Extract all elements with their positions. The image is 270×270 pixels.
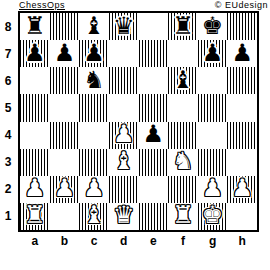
black-pawn[interactable]: ♟ [83, 41, 105, 65]
square-c7[interactable]: ♟ [79, 40, 109, 67]
square-f8[interactable]: ♜ [168, 13, 198, 40]
square-f6[interactable]: ♝ [168, 67, 198, 94]
square-a7[interactable]: ♟ [20, 40, 50, 67]
square-g1[interactable]: ♚ [198, 203, 228, 230]
square-c8[interactable]: ♝ [79, 13, 109, 40]
square-g3[interactable] [198, 149, 228, 176]
black-bishop[interactable]: ♝ [83, 14, 105, 38]
black-knight[interactable]: ♞ [83, 68, 105, 92]
square-d1[interactable]: ♛ [109, 203, 139, 230]
rank-label-7: 7 [0, 40, 16, 67]
square-c5[interactable] [79, 94, 109, 121]
square-e5[interactable] [139, 94, 169, 121]
file-label-e: e [139, 233, 169, 248]
square-a3[interactable] [20, 149, 50, 176]
square-h8[interactable] [227, 13, 257, 40]
square-h5[interactable] [227, 94, 257, 121]
copyright-label: © EUdesign [215, 0, 268, 11]
rank-label-4: 4 [0, 122, 16, 149]
square-b4[interactable] [50, 122, 80, 149]
file-label-f: f [168, 233, 198, 248]
black-rook[interactable]: ♜ [172, 14, 194, 38]
rank-label-3: 3 [0, 149, 16, 176]
square-f3[interactable]: ♞ [168, 149, 198, 176]
white-rook[interactable]: ♜ [172, 203, 194, 227]
square-a6[interactable] [20, 67, 50, 94]
black-pawn[interactable]: ♟ [54, 41, 76, 65]
white-pawn[interactable]: ♟ [231, 176, 253, 200]
black-pawn[interactable]: ♟ [231, 41, 253, 65]
white-rook[interactable]: ♜ [24, 203, 46, 227]
square-b3[interactable] [50, 149, 80, 176]
app-title-link[interactable]: ChessOps [19, 0, 65, 11]
square-b7[interactable]: ♟ [50, 40, 80, 67]
black-pawn[interactable]: ♟ [24, 41, 46, 65]
square-g7[interactable]: ♟ [198, 40, 228, 67]
square-d8[interactable]: ♛ [109, 13, 139, 40]
square-d7[interactable] [109, 40, 139, 67]
black-queen[interactable]: ♛ [113, 14, 135, 38]
square-d6[interactable] [109, 67, 139, 94]
file-label-d: d [109, 233, 139, 248]
square-a5[interactable] [20, 94, 50, 121]
square-e3[interactable] [139, 149, 169, 176]
square-f7[interactable] [168, 40, 198, 67]
square-h3[interactable] [227, 149, 257, 176]
square-e2[interactable] [139, 176, 169, 203]
black-rook[interactable]: ♜ [24, 14, 46, 38]
square-a2[interactable]: ♟ [20, 176, 50, 203]
square-g8[interactable]: ♚ [198, 13, 228, 40]
square-e7[interactable] [139, 40, 169, 67]
square-a1[interactable]: ♜ [20, 203, 50, 230]
square-e6[interactable] [139, 67, 169, 94]
white-knight[interactable]: ♞ [172, 149, 194, 173]
square-g2[interactable]: ♟ [198, 176, 228, 203]
square-c1[interactable]: ♝ [79, 203, 109, 230]
black-pawn[interactable]: ♟ [202, 41, 224, 65]
file-label-h: h [227, 233, 257, 248]
square-g5[interactable] [198, 94, 228, 121]
white-pawn[interactable]: ♟ [202, 176, 224, 200]
white-pawn[interactable]: ♟ [24, 176, 46, 200]
chess-diagram-screen: ChessOps © EUdesign 87654321 ♜♝♛♜♚♟♟♟♟♟♞… [0, 0, 270, 270]
board-grid: ♜♝♛♜♚♟♟♟♟♟♞♝♟♟♝♞♟♟♟♟♟♜♝♛♜♚ [20, 13, 257, 230]
white-queen[interactable]: ♛ [113, 203, 135, 227]
square-d2[interactable] [109, 176, 139, 203]
file-label-g: g [198, 233, 228, 248]
file-label-c: c [79, 233, 109, 248]
black-king[interactable]: ♚ [202, 14, 224, 38]
rank-label-2: 2 [0, 176, 16, 203]
square-b5[interactable] [50, 94, 80, 121]
square-c2[interactable]: ♟ [79, 176, 109, 203]
square-d5[interactable] [109, 94, 139, 121]
square-h2[interactable]: ♟ [227, 176, 257, 203]
square-c3[interactable] [79, 149, 109, 176]
square-h4[interactable] [227, 122, 257, 149]
rank-label-8: 8 [0, 13, 16, 40]
square-b2[interactable]: ♟ [50, 176, 80, 203]
file-labels: abcdefgh [20, 233, 257, 248]
square-h7[interactable]: ♟ [227, 40, 257, 67]
square-h6[interactable] [227, 67, 257, 94]
square-c6[interactable]: ♞ [79, 67, 109, 94]
square-b1[interactable] [50, 203, 80, 230]
square-f1[interactable]: ♜ [168, 203, 198, 230]
white-bishop[interactable]: ♝ [113, 149, 135, 173]
square-g4[interactable] [198, 122, 228, 149]
rank-label-6: 6 [0, 67, 16, 94]
square-b6[interactable] [50, 67, 80, 94]
rank-labels: 87654321 [0, 13, 16, 230]
rank-label-1: 1 [0, 203, 16, 230]
square-a4[interactable] [20, 122, 50, 149]
file-label-b: b [50, 233, 80, 248]
chess-board: ♜♝♛♜♚♟♟♟♟♟♞♝♟♟♝♞♟♟♟♟♟♜♝♛♜♚ [18, 11, 259, 232]
square-c4[interactable] [79, 122, 109, 149]
square-e4[interactable]: ♟ [139, 122, 169, 149]
square-e1[interactable] [139, 203, 169, 230]
square-f4[interactable] [168, 122, 198, 149]
square-d3[interactable]: ♝ [109, 149, 139, 176]
square-f5[interactable] [168, 94, 198, 121]
file-label-a: a [20, 233, 50, 248]
square-a8[interactable]: ♜ [20, 13, 50, 40]
white-king[interactable]: ♚ [202, 203, 224, 227]
square-b8[interactable] [50, 13, 80, 40]
square-g6[interactable] [198, 67, 228, 94]
white-pawn[interactable]: ♟ [113, 122, 135, 146]
white-pawn[interactable]: ♟ [54, 176, 76, 200]
white-pawn[interactable]: ♟ [83, 176, 105, 200]
square-h1[interactable] [227, 203, 257, 230]
square-e8[interactable] [139, 13, 169, 40]
square-f2[interactable] [168, 176, 198, 203]
square-d4[interactable]: ♟ [109, 122, 139, 149]
white-bishop[interactable]: ♝ [83, 203, 105, 227]
black-bishop[interactable]: ♝ [172, 68, 194, 92]
black-pawn[interactable]: ♟ [143, 122, 165, 146]
rank-label-5: 5 [0, 94, 16, 121]
